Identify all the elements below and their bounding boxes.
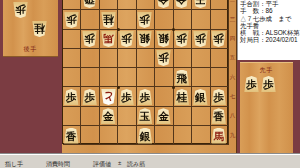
piece-glyph: 歩: [121, 31, 132, 45]
bar-item-読み筋: 読み筋: [127, 160, 145, 168]
board-cell-6-8[interactable]: [118, 107, 136, 126]
piece-glyph: 銀: [195, 91, 206, 105]
board-cell-2-8[interactable]: [192, 107, 210, 126]
info-line-3: 先手番: [238, 22, 300, 29]
board-cell-2-9[interactable]: [192, 126, 210, 145]
shogi-piece-歩[interactable]: 歩: [13, 2, 28, 18]
board-cell-2-5[interactable]: [192, 49, 210, 68]
piece-glyph: 金: [158, 0, 169, 6]
board-cell-4-9[interactable]: [155, 126, 173, 145]
star-point: [117, 28, 120, 31]
rank-label-7: 七: [229, 93, 236, 100]
board-cell-4-6[interactable]: [155, 68, 173, 87]
board-cell-2-3[interactable]: [192, 10, 210, 29]
bar-item-消費時間: 消費時間: [46, 160, 70, 168]
piece-glyph: 馬: [213, 130, 224, 144]
board-cell-9-8[interactable]: [63, 107, 81, 126]
board-cell-5-5[interactable]: [137, 49, 155, 68]
board-cell-1-2[interactable]: [211, 0, 229, 10]
gote-captured-tray: 後手 歩桂: [3, 0, 58, 57]
board-cell-1-3[interactable]: [211, 10, 229, 29]
info-line-1: 手 数：86: [238, 7, 300, 14]
gote-label: 後手: [24, 45, 38, 54]
bar-item-指し手: 指し手: [5, 160, 23, 168]
board-cell-3-5[interactable]: [174, 49, 192, 68]
piece-glyph: 桂: [177, 91, 188, 105]
piece-glyph: 香: [66, 130, 77, 144]
shogi-piece-歩[interactable]: 歩: [261, 76, 276, 92]
shogi-board: 飛金金王歩桂歩歩馬歩銀銀歩歩歩歩飛歩歩と歩歩桂銀歩金玉金香香銀馬一二三四五六七八…: [62, 0, 237, 153]
game-info-panel: 手合割：平手手 数：86△７七歩成 まで先手番棋 戦：ALSOK杯第74期対局日…: [237, 0, 300, 60]
board-cell-9-2[interactable]: [63, 0, 81, 10]
piece-glyph: 歩: [84, 91, 95, 105]
board-cell-4-3[interactable]: [155, 10, 173, 29]
board-cell-1-5[interactable]: [211, 49, 229, 68]
rank-label-2: 二: [229, 0, 236, 4]
piece-glyph: 王: [195, 0, 206, 6]
shogi-piece-歩[interactable]: 歩: [244, 76, 259, 92]
piece-glyph: 歩: [195, 31, 206, 45]
board-cell-5-6[interactable]: [137, 68, 155, 87]
bar-item-±: ±: [118, 160, 121, 166]
piece-glyph: 金: [158, 110, 169, 124]
piece-glyph: 桂: [103, 12, 114, 26]
piece-glyph: 歩: [140, 91, 151, 105]
piece-glyph: 歩: [66, 12, 77, 26]
piece-glyph: 歩: [177, 31, 188, 45]
piece-glyph: 歩: [263, 78, 274, 92]
board-cell-9-6[interactable]: [63, 68, 81, 87]
piece-glyph: 銀: [140, 130, 151, 144]
piece-glyph: と: [103, 89, 114, 103]
board-cell-7-5[interactable]: [100, 49, 118, 68]
board-cell-9-4[interactable]: [63, 30, 81, 49]
board-cell-7-9[interactable]: [100, 126, 118, 145]
piece-glyph: 香: [213, 110, 224, 124]
piece-glyph: 金: [177, 0, 188, 6]
rank-label-4: 四: [229, 35, 236, 42]
piece-glyph: 歩: [15, 2, 26, 16]
kifu-list-header-bar: 指し手消費時間評価値±読み筋: [0, 153, 300, 168]
board-cell-6-3[interactable]: [118, 10, 136, 29]
shogi-piece-桂[interactable]: 桂: [32, 21, 47, 37]
board-cell-6-9[interactable]: [118, 126, 136, 145]
info-line-5: 対局日：2024/02/01: [238, 36, 300, 43]
board-cell-5-2[interactable]: [137, 0, 155, 10]
board-cell-8-5[interactable]: [81, 49, 99, 68]
rank-label-5: 五: [229, 54, 236, 61]
piece-glyph: 飛: [84, 0, 95, 6]
piece-glyph: 玉: [140, 110, 151, 124]
piece-glyph: 歩: [213, 91, 224, 105]
rank-label-8: 八: [229, 112, 236, 119]
sente-captured-tray: 先手 歩歩: [240, 62, 293, 153]
piece-glyph: 銀: [140, 31, 151, 45]
board-cell-6-5[interactable]: [118, 49, 136, 68]
board-cell-3-9[interactable]: [174, 126, 192, 145]
board-cell-4-7[interactable]: [155, 87, 173, 106]
board-cell-8-9[interactable]: [81, 126, 99, 145]
piece-glyph: 歩: [246, 78, 257, 92]
piece-glyph: 銀: [158, 31, 169, 45]
bar-item-評価値: 評価値: [93, 160, 111, 168]
board-cell-8-6[interactable]: [81, 68, 99, 87]
board-cell-8-3[interactable]: [81, 10, 99, 29]
board-cell-2-6[interactable]: [192, 68, 210, 87]
piece-glyph: 金: [103, 110, 114, 124]
board-cell-1-6[interactable]: [211, 68, 229, 87]
star-point: [117, 86, 120, 89]
piece-glyph: 飛: [177, 72, 188, 86]
kifu-viewer-window: 後手 歩桂 飛金金王歩桂歩歩馬歩銀銀歩歩歩歩飛歩歩と歩歩桂銀歩金玉金香香銀馬一二…: [0, 0, 300, 168]
board-cell-7-6[interactable]: [100, 68, 118, 87]
board-cell-3-8[interactable]: [174, 107, 192, 126]
piece-glyph: 歩: [158, 50, 169, 64]
board-cell-8-8[interactable]: [81, 107, 99, 126]
piece-glyph: 歩: [121, 91, 132, 105]
board-cell-6-2[interactable]: [118, 0, 136, 10]
sente-label: 先手: [260, 66, 274, 75]
board-cell-7-2[interactable]: [100, 0, 118, 10]
piece-glyph: 馬: [103, 31, 114, 45]
piece-glyph: 桂: [34, 21, 45, 35]
rank-label-3: 三: [229, 16, 236, 23]
info-line-4: 棋 戦：ALSOK杯第74期: [238, 29, 300, 36]
info-line-0: 手合割：平手: [238, 0, 300, 7]
rank-label-6: 六: [229, 74, 236, 81]
piece-glyph: 歩: [66, 91, 77, 105]
board-cell-3-3[interactable]: [174, 10, 192, 29]
info-line-2: △７七歩成 まで: [238, 15, 300, 22]
piece-glyph: 歩: [213, 31, 224, 45]
board-cell-6-6[interactable]: [118, 68, 136, 87]
board-cell-9-5[interactable]: [63, 49, 81, 68]
piece-glyph: 歩: [140, 12, 151, 26]
rank-label-9: 九: [229, 132, 236, 139]
piece-glyph: 歩: [84, 31, 95, 45]
